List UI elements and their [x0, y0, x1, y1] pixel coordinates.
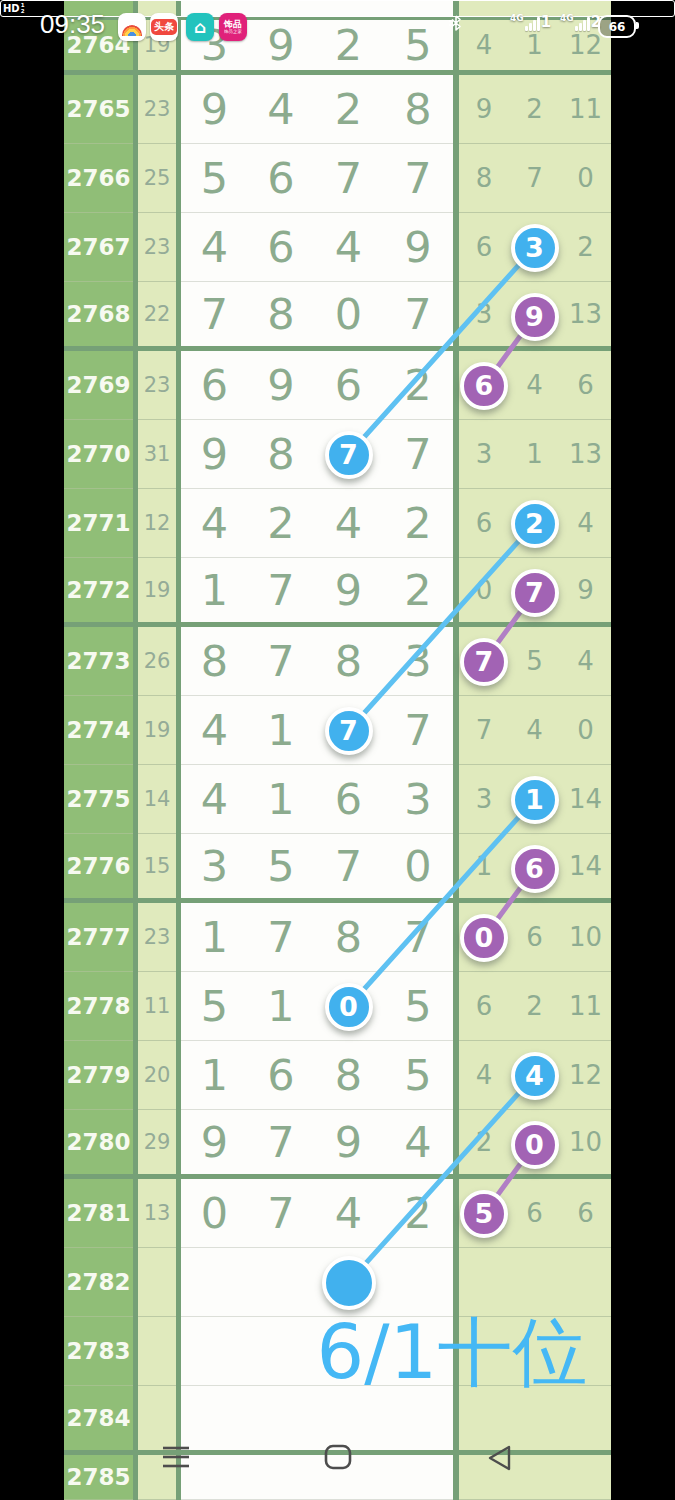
cell-2768-period: 2768	[64, 282, 133, 351]
cell-2765-c3: 2	[314, 75, 383, 144]
cell-2781-r2: 6	[509, 1179, 560, 1248]
mark-blue-2779-r2: 4	[511, 1052, 559, 1100]
cell-2779-c4: 5	[383, 1041, 453, 1110]
mark-purple-2769-r1: 6	[460, 362, 508, 410]
cell-2764-r3: 12	[560, 20, 611, 75]
cell-2785-r2	[509, 1455, 560, 1500]
cell-2784-c1	[181, 1386, 248, 1455]
row-2764: 27641939254112	[64, 20, 611, 75]
cell-2775-c4: 3	[383, 765, 453, 834]
row-top-partial	[64, 0, 611, 20]
cell-2778-c1: 5	[181, 972, 248, 1041]
cell-2765-c4: 8	[383, 75, 453, 144]
letterbox-left	[0, 0, 64, 1500]
cell-2772-c3: 9	[314, 558, 383, 627]
cell-2785-period: 2785	[64, 1455, 133, 1500]
cell-2773-c2: 7	[248, 627, 314, 696]
cell-2774-c2: 1	[248, 696, 314, 765]
cell-2771-c4: 2	[383, 489, 453, 558]
cell-2764-c4: 5	[383, 20, 453, 75]
mark-blue-2771-r2: 2	[511, 500, 559, 548]
cell-2765-c2: 4	[248, 75, 314, 144]
cell-2774-sum: 19	[138, 696, 176, 765]
cell-2764-c3: 2	[314, 20, 383, 75]
cell-2779-r1: 4	[459, 1041, 509, 1110]
mark-purple-2781-r1: 5	[460, 1190, 508, 1238]
cell-2785-c2	[248, 1455, 314, 1500]
cell-2780-c3: 9	[314, 1110, 383, 1179]
cell-2772-period: 2772	[64, 558, 133, 627]
cell-top-partial-period	[64, 0, 133, 20]
cell-2772-r3: 9	[560, 558, 611, 627]
cell-2769-c4: 2	[383, 351, 453, 420]
cell-2768-sum: 22	[138, 282, 176, 351]
cell-2782-c1	[181, 1248, 248, 1317]
cell-2781-c4: 2	[383, 1179, 453, 1248]
cell-2784-r3	[560, 1386, 611, 1455]
cell-2777-sum: 23	[138, 903, 176, 972]
cell-2764-c2: 9	[248, 20, 314, 75]
cell-2775-r1: 3	[459, 765, 509, 834]
cell-2768-c3: 0	[314, 282, 383, 351]
cell-2778-sum: 11	[138, 972, 176, 1041]
nav-home-button[interactable]	[324, 1444, 352, 1474]
cell-2765-period: 2765	[64, 75, 133, 144]
cell-2770-r3: 13	[560, 420, 611, 489]
cell-2777-period: 2777	[64, 903, 133, 972]
cell-2774-period: 2774	[64, 696, 133, 765]
cell-2765-r1: 9	[459, 75, 509, 144]
mark-blue-2770-c3: 7	[325, 431, 373, 479]
row-2766: 2766255677870	[64, 144, 611, 213]
cell-2767-r1: 6	[459, 213, 509, 282]
cell-2777-r3: 10	[560, 903, 611, 972]
cell-2780-period: 2780	[64, 1110, 133, 1179]
mark-blue-2778-c3: 0	[325, 983, 373, 1031]
cell-2778-r3: 11	[560, 972, 611, 1041]
cell-2770-r2: 1	[509, 420, 560, 489]
cell-2776-sum: 15	[138, 834, 176, 903]
cell-2781-sum: 13	[138, 1179, 176, 1248]
nav-menu-button[interactable]	[161, 1443, 191, 1475]
cell-2769-c3: 6	[314, 351, 383, 420]
cell-2769-c2: 9	[248, 351, 314, 420]
cell-2766-c4: 7	[383, 144, 453, 213]
cell-top-partial-r1	[459, 0, 509, 20]
cell-2771-c3: 4	[314, 489, 383, 558]
cell-2767-c2: 6	[248, 213, 314, 282]
cell-2764-period: 2764	[64, 20, 133, 75]
cell-2773-period: 2773	[64, 627, 133, 696]
cell-2779-r3: 12	[560, 1041, 611, 1110]
cell-2782-r1	[459, 1248, 509, 1317]
cell-2768-c1: 7	[181, 282, 248, 351]
cell-2766-c3: 7	[314, 144, 383, 213]
cell-2778-period: 2778	[64, 972, 133, 1041]
cell-2776-c3: 7	[314, 834, 383, 903]
cell-2771-r3: 4	[560, 489, 611, 558]
cell-2775-sum: 14	[138, 765, 176, 834]
cell-2771-r1: 6	[459, 489, 509, 558]
cell-2782-r3	[560, 1248, 611, 1317]
cell-2777-c3: 8	[314, 903, 383, 972]
cell-2772-c2: 7	[248, 558, 314, 627]
cell-2769-r2: 4	[509, 351, 560, 420]
cell-2773-r3: 4	[560, 627, 611, 696]
cell-2772-c1: 1	[181, 558, 248, 627]
nav-back-button[interactable]	[485, 1445, 513, 1475]
cell-2780-r3: 10	[560, 1110, 611, 1179]
cell-2768-r1: 3	[459, 282, 509, 351]
cell-2779-c1: 1	[181, 1041, 248, 1110]
cell-2766-r2: 7	[509, 144, 560, 213]
cell-top-partial-sum	[138, 0, 176, 20]
row-2769: 2769236962646	[64, 351, 611, 420]
mark-purple-2768-r2: 9	[511, 293, 559, 341]
mark-blue-2774-c3: 7	[325, 707, 373, 755]
mark-purple-2773-r1: 7	[460, 638, 508, 686]
cell-2766-sum: 25	[138, 144, 176, 213]
cell-2769-sum: 23	[138, 351, 176, 420]
cell-2774-c1: 4	[181, 696, 248, 765]
cell-top-partial-c4	[383, 0, 453, 20]
cell-2771-sum: 12	[138, 489, 176, 558]
cell-2764-r2: 1	[509, 20, 560, 75]
cell-2767-period: 2767	[64, 213, 133, 282]
cell-2781-c1: 0	[181, 1179, 248, 1248]
cell-2782-sum	[138, 1248, 176, 1317]
cell-2780-r1: 2	[459, 1110, 509, 1179]
cell-2773-sum: 26	[138, 627, 176, 696]
cell-2772-r1: 0	[459, 558, 509, 627]
row-2781: 2781130742566	[64, 1179, 611, 1248]
cell-2771-c1: 4	[181, 489, 248, 558]
cell-2783-c1	[181, 1317, 248, 1386]
prediction-annotation: 6/1十位	[317, 1315, 588, 1390]
cell-2785-c4	[383, 1455, 453, 1500]
cell-2777-r2: 6	[509, 903, 560, 972]
cell-2769-c1: 6	[181, 351, 248, 420]
cell-2774-r1: 7	[459, 696, 509, 765]
cell-2779-sum: 20	[138, 1041, 176, 1110]
cell-2771-period: 2771	[64, 489, 133, 558]
cell-2775-period: 2775	[64, 765, 133, 834]
cell-2776-r1: 1	[459, 834, 509, 903]
cell-2785-c1	[181, 1455, 248, 1500]
cell-2781-r3: 6	[560, 1179, 611, 1248]
cell-2780-c4: 4	[383, 1110, 453, 1179]
cell-2770-c2: 8	[248, 420, 314, 489]
cell-2778-r2: 2	[509, 972, 560, 1041]
cell-2774-r2: 4	[509, 696, 560, 765]
cell-2777-c2: 7	[248, 903, 314, 972]
cell-2784-r2	[509, 1386, 560, 1455]
cell-2775-c2: 1	[248, 765, 314, 834]
cell-top-partial-c3	[314, 0, 383, 20]
cell-2773-r2: 5	[509, 627, 560, 696]
cell-2782-r2	[509, 1248, 560, 1317]
cell-2773-c1: 8	[181, 627, 248, 696]
cell-2779-c2: 6	[248, 1041, 314, 1110]
cell-2777-c4: 7	[383, 903, 453, 972]
cell-2769-r3: 6	[560, 351, 611, 420]
cell-2766-r3: 0	[560, 144, 611, 213]
cell-2765-r3: 11	[560, 75, 611, 144]
cell-2770-c4: 7	[383, 420, 453, 489]
phone-screen: 2764193925411227652394289211276625567787…	[0, 0, 675, 1500]
letterbox-right	[611, 0, 675, 1500]
cell-top-partial-c1	[181, 0, 248, 20]
mark-purple-2772-r2: 7	[511, 569, 559, 617]
cell-2765-c1: 9	[181, 75, 248, 144]
cell-2767-sum: 23	[138, 213, 176, 282]
cell-2784-period: 2784	[64, 1386, 133, 1455]
cell-2782-period: 2782	[64, 1248, 133, 1317]
cell-2768-r3: 13	[560, 282, 611, 351]
cell-top-partial-r2	[509, 0, 560, 20]
cell-2778-c2: 1	[248, 972, 314, 1041]
mark-blue-2775-r2: 1	[511, 776, 559, 824]
cell-2781-period: 2781	[64, 1179, 133, 1248]
cell-2776-c2: 5	[248, 834, 314, 903]
cell-2770-r1: 3	[459, 420, 509, 489]
cell-top-partial-c2	[248, 0, 314, 20]
cell-2780-c1: 9	[181, 1110, 248, 1179]
row-2773: 2773268783754	[64, 627, 611, 696]
cell-2772-c4: 2	[383, 558, 453, 627]
mark-blue-2767-r2: 3	[511, 224, 559, 272]
cell-2781-c2: 7	[248, 1179, 314, 1248]
mark-purple-2777-r1: 0	[460, 914, 508, 962]
cell-2784-c4	[383, 1386, 453, 1455]
cell-2780-sum: 29	[138, 1110, 176, 1179]
cell-2778-c4: 5	[383, 972, 453, 1041]
cell-2770-sum: 31	[138, 420, 176, 489]
cell-2777-c1: 1	[181, 903, 248, 972]
cell-2769-period: 2769	[64, 351, 133, 420]
cell-2773-c4: 3	[383, 627, 453, 696]
cell-2774-r3: 0	[560, 696, 611, 765]
cell-2766-c1: 5	[181, 144, 248, 213]
cell-2780-c2: 7	[248, 1110, 314, 1179]
cell-2779-period: 2779	[64, 1041, 133, 1110]
cell-2778-r1: 6	[459, 972, 509, 1041]
cell-2764-sum: 19	[138, 20, 176, 75]
cell-2779-c3: 8	[314, 1041, 383, 1110]
cell-2771-c2: 2	[248, 489, 314, 558]
cell-2772-sum: 19	[138, 558, 176, 627]
cell-2776-r3: 14	[560, 834, 611, 903]
cell-top-partial-r3	[560, 0, 611, 20]
mark-blue-2782-c3	[322, 1256, 376, 1310]
cell-2775-r3: 14	[560, 765, 611, 834]
cell-2770-period: 2770	[64, 420, 133, 489]
trend-chart: 2764193925411227652394289211276625567787…	[64, 0, 611, 1500]
cell-2765-r2: 2	[509, 75, 560, 144]
cell-2773-c3: 8	[314, 627, 383, 696]
cell-2776-c4: 0	[383, 834, 453, 903]
cell-2766-r1: 8	[459, 144, 509, 213]
cell-2767-r3: 2	[560, 213, 611, 282]
cell-2775-c1: 4	[181, 765, 248, 834]
cell-2776-c1: 3	[181, 834, 248, 903]
cell-2781-c3: 4	[314, 1179, 383, 1248]
cell-2783-c2	[248, 1317, 314, 1386]
row-2777: 27772317870610	[64, 903, 611, 972]
cell-2782-c4	[383, 1248, 453, 1317]
cell-2766-period: 2766	[64, 144, 133, 213]
cell-2775-c3: 6	[314, 765, 383, 834]
cell-2766-c2: 6	[248, 144, 314, 213]
cell-2767-c4: 9	[383, 213, 453, 282]
cell-2764-c1: 3	[181, 20, 248, 75]
cell-2782-c2	[248, 1248, 314, 1317]
cell-2776-period: 2776	[64, 834, 133, 903]
row-2765: 27652394289211	[64, 75, 611, 144]
cell-2768-c2: 8	[248, 282, 314, 351]
cell-2785-r3	[560, 1455, 611, 1500]
cell-2764-r1: 4	[459, 20, 509, 75]
cell-2765-sum: 23	[138, 75, 176, 144]
mark-purple-2780-r2: 0	[511, 1121, 559, 1169]
cell-2767-c3: 4	[314, 213, 383, 282]
cell-2783-period: 2783	[64, 1317, 133, 1386]
cell-2784-c2	[248, 1386, 314, 1455]
cell-2774-c4: 7	[383, 696, 453, 765]
mark-purple-2776-r2: 6	[511, 845, 559, 893]
cell-2783-sum	[138, 1317, 176, 1386]
cell-2768-c4: 7	[383, 282, 453, 351]
cell-2767-c1: 4	[181, 213, 248, 282]
cell-2770-c1: 9	[181, 420, 248, 489]
